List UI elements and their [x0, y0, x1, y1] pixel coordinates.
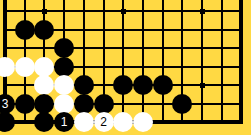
black-stone: [133, 75, 153, 95]
white-stone: [0, 57, 15, 77]
black-stone: [74, 94, 94, 114]
black-stone: [15, 20, 35, 40]
black-stone: [94, 94, 114, 114]
go-board[interactable]: 312: [0, 0, 251, 135]
grid-line-vertical: [162, 0, 164, 124]
white-stone: [54, 75, 74, 95]
black-stone: [0, 112, 15, 132]
board-right-edge-line: [239, 0, 243, 124]
star-point: [200, 9, 205, 14]
black-stone-move-1: 1: [54, 112, 74, 132]
black-stone: [74, 75, 94, 95]
black-stone: [172, 94, 192, 114]
white-stone: [15, 57, 35, 77]
star-point: [200, 83, 205, 88]
black-stone: [34, 94, 54, 114]
black-stone-move-3: 3: [0, 94, 15, 114]
grid-line-horizontal: [3, 47, 243, 49]
grid-line-vertical: [201, 0, 203, 124]
white-stone: [74, 112, 94, 132]
black-stone: [15, 94, 35, 114]
black-stone: [54, 57, 74, 77]
white-stone-move-2: 2: [94, 112, 114, 132]
grid-line-vertical: [142, 0, 144, 124]
black-stone: [153, 75, 173, 95]
white-stone: [113, 112, 133, 132]
grid-line-vertical: [221, 0, 223, 124]
black-stone: [34, 20, 54, 40]
star-point: [42, 9, 47, 14]
black-stone: [113, 75, 133, 95]
white-stone: [34, 75, 54, 95]
white-stone: [54, 94, 74, 114]
black-stone: [34, 112, 54, 132]
black-stone: [54, 38, 74, 58]
star-point: [121, 9, 126, 14]
white-stone: [133, 112, 153, 132]
white-stone: [34, 57, 54, 77]
grid-line-vertical: [122, 0, 124, 124]
